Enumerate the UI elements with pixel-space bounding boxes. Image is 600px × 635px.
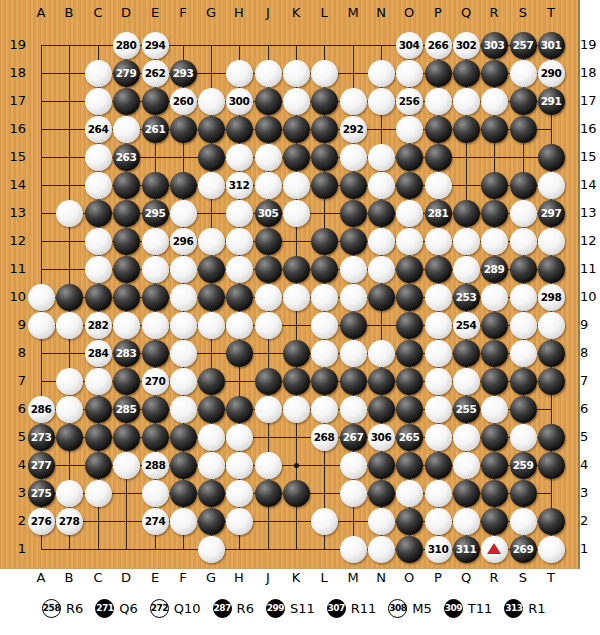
stone-K13[interactable]	[283, 200, 310, 227]
stone-O4[interactable]	[396, 452, 423, 479]
stone-Q16[interactable]	[453, 116, 480, 143]
stone-S2[interactable]	[510, 508, 537, 535]
stone-B2[interactable]: 278	[56, 508, 83, 535]
stone-T4[interactable]	[538, 452, 565, 479]
stone-H5[interactable]	[226, 424, 253, 451]
stone-H3[interactable]	[226, 480, 253, 507]
empty-point-A14[interactable]	[27, 171, 55, 199]
empty-point-K19[interactable]	[282, 31, 310, 59]
empty-point-F15[interactable]	[169, 143, 197, 171]
stone-O2[interactable]	[396, 508, 423, 535]
stone-D18[interactable]: 279	[113, 60, 140, 87]
stone-N8[interactable]	[368, 340, 395, 367]
stone-Q1[interactable]: 311	[453, 536, 480, 563]
stone-R5[interactable]	[481, 424, 508, 451]
stone-A6[interactable]: 286	[28, 396, 55, 423]
stone-C6[interactable]	[85, 396, 112, 423]
stone-J4[interactable]	[255, 452, 282, 479]
stone-P15[interactable]	[425, 144, 452, 171]
stone-T14[interactable]	[538, 172, 565, 199]
stone-L2[interactable]	[311, 508, 338, 535]
stone-A3[interactable]: 275	[28, 480, 55, 507]
stone-M3[interactable]	[340, 480, 367, 507]
stone-N12[interactable]	[368, 228, 395, 255]
stone-G12[interactable]	[198, 228, 225, 255]
empty-point-M2[interactable]	[339, 507, 367, 535]
stone-C3[interactable]	[85, 480, 112, 507]
stone-E9[interactable]	[142, 312, 169, 339]
stone-N17[interactable]	[368, 88, 395, 115]
stone-O19[interactable]: 304	[396, 32, 423, 59]
stone-S4[interactable]: 259	[510, 452, 537, 479]
stone-F10[interactable]	[170, 284, 197, 311]
stone-M10[interactable]	[340, 284, 367, 311]
stone-Q19[interactable]: 302	[453, 32, 480, 59]
stone-F3[interactable]	[170, 480, 197, 507]
stone-P1[interactable]: 310	[425, 536, 452, 563]
stone-D4[interactable]	[113, 452, 140, 479]
stone-N11[interactable]	[368, 256, 395, 283]
stone-O6[interactable]	[396, 396, 423, 423]
stone-T7[interactable]	[538, 368, 565, 395]
stone-N5[interactable]: 306	[368, 424, 395, 451]
stone-T2[interactable]	[538, 508, 565, 535]
empty-point-D1[interactable]	[112, 535, 140, 563]
stone-J14[interactable]	[255, 172, 282, 199]
stone-N7[interactable]	[368, 368, 395, 395]
stone-C4[interactable]	[85, 452, 112, 479]
empty-point-A18[interactable]	[27, 59, 55, 87]
stone-E8[interactable]	[142, 340, 169, 367]
stone-S18[interactable]	[510, 60, 537, 87]
empty-point-K2[interactable]	[282, 507, 310, 535]
stone-S1[interactable]: 269	[510, 536, 537, 563]
stone-B7[interactable]	[56, 368, 83, 395]
stone-C11[interactable]	[85, 256, 112, 283]
stone-O8[interactable]	[396, 340, 423, 367]
empty-point-A16[interactable]	[27, 115, 55, 143]
stone-K18[interactable]	[283, 60, 310, 87]
stone-J12[interactable]	[255, 228, 282, 255]
stone-M7[interactable]	[340, 368, 367, 395]
stone-T10[interactable]: 298	[538, 284, 565, 311]
stone-H2[interactable]	[226, 508, 253, 535]
stone-D15[interactable]: 263	[113, 144, 140, 171]
empty-point-K12[interactable]	[282, 227, 310, 255]
stone-O18[interactable]	[396, 60, 423, 87]
empty-point-T6[interactable]	[537, 395, 565, 423]
stone-M1[interactable]	[340, 536, 367, 563]
stone-M16[interactable]: 292	[340, 116, 367, 143]
stone-N10[interactable]	[368, 284, 395, 311]
stone-L10[interactable]	[311, 284, 338, 311]
stone-B10[interactable]	[56, 284, 83, 311]
empty-point-B8[interactable]	[55, 339, 83, 367]
empty-point-B15[interactable]	[55, 143, 83, 171]
empty-point-Q15[interactable]	[452, 143, 480, 171]
stone-J3[interactable]	[255, 480, 282, 507]
stone-K16[interactable]	[283, 116, 310, 143]
stone-L12[interactable]	[311, 228, 338, 255]
stone-O3[interactable]	[396, 480, 423, 507]
empty-point-A19[interactable]	[27, 31, 55, 59]
empty-point-M19[interactable]	[339, 31, 367, 59]
stone-A10[interactable]	[28, 284, 55, 311]
empty-point-B1[interactable]	[55, 535, 83, 563]
stone-S5[interactable]	[510, 424, 537, 451]
stone-D12[interactable]	[113, 228, 140, 255]
stone-G10[interactable]	[198, 284, 225, 311]
stone-P12[interactable]	[425, 228, 452, 255]
stone-G4[interactable]	[198, 452, 225, 479]
empty-point-L13[interactable]	[310, 199, 338, 227]
stone-J9[interactable]	[255, 312, 282, 339]
stone-N4[interactable]	[368, 452, 395, 479]
stone-L18[interactable]	[311, 60, 338, 87]
empty-point-B17[interactable]	[55, 87, 83, 115]
empty-point-G19[interactable]	[197, 31, 225, 59]
stone-P11[interactable]	[425, 256, 452, 283]
stone-E14[interactable]	[142, 172, 169, 199]
empty-point-J1[interactable]	[254, 535, 282, 563]
stone-S14[interactable]	[510, 172, 537, 199]
stone-R8[interactable]	[481, 340, 508, 367]
empty-point-K5[interactable]	[282, 423, 310, 451]
stone-C14[interactable]	[85, 172, 112, 199]
stone-S9[interactable]	[510, 312, 537, 339]
empty-point-B11[interactable]	[55, 255, 83, 283]
empty-point-B19[interactable]	[55, 31, 83, 59]
stone-D7[interactable]	[113, 368, 140, 395]
stone-K17[interactable]	[283, 88, 310, 115]
empty-point-L3[interactable]	[310, 479, 338, 507]
stone-N13[interactable]	[368, 200, 395, 227]
stone-N14[interactable]	[368, 172, 395, 199]
stone-C7[interactable]	[85, 368, 112, 395]
stone-B6[interactable]	[56, 396, 83, 423]
stone-K3[interactable]	[283, 480, 310, 507]
stone-G17[interactable]	[198, 88, 225, 115]
stone-R1[interactable]	[481, 536, 508, 563]
stone-E7[interactable]: 270	[142, 368, 169, 395]
stone-R3[interactable]	[481, 480, 508, 507]
stone-O17[interactable]: 256	[396, 88, 423, 115]
empty-point-L4[interactable]	[310, 451, 338, 479]
stone-G7[interactable]	[198, 368, 225, 395]
stone-J7[interactable]	[255, 368, 282, 395]
stone-B3[interactable]	[56, 480, 83, 507]
stone-M6[interactable]	[340, 396, 367, 423]
empty-point-B14[interactable]	[55, 171, 83, 199]
empty-point-K9[interactable]	[282, 311, 310, 339]
empty-point-K4[interactable]	[282, 451, 310, 479]
stone-E4[interactable]: 288	[142, 452, 169, 479]
stone-H13[interactable]	[226, 200, 253, 227]
stone-P7[interactable]	[425, 368, 452, 395]
stone-O9[interactable]	[396, 312, 423, 339]
empty-point-J8[interactable]	[254, 339, 282, 367]
stone-T8[interactable]	[538, 340, 565, 367]
stone-L14[interactable]	[311, 172, 338, 199]
stone-S19[interactable]: 257	[510, 32, 537, 59]
stone-J10[interactable]	[255, 284, 282, 311]
empty-point-D3[interactable]	[112, 479, 140, 507]
empty-point-Q14[interactable]	[452, 171, 480, 199]
empty-point-T3[interactable]	[537, 479, 565, 507]
stone-K8[interactable]	[283, 340, 310, 367]
empty-point-A11[interactable]	[27, 255, 55, 283]
stone-R17[interactable]	[481, 88, 508, 115]
stone-S8[interactable]	[510, 340, 537, 367]
stone-F4[interactable]	[170, 452, 197, 479]
empty-point-M18[interactable]	[339, 59, 367, 87]
stone-P17[interactable]	[425, 88, 452, 115]
stone-D19[interactable]: 280	[113, 32, 140, 59]
stone-T12[interactable]	[538, 228, 565, 255]
empty-point-C1[interactable]	[84, 535, 112, 563]
stone-L15[interactable]	[311, 144, 338, 171]
stone-H9[interactable]	[226, 312, 253, 339]
stone-P6[interactable]	[425, 396, 452, 423]
stone-P13[interactable]: 281	[425, 200, 452, 227]
stone-R16[interactable]	[481, 116, 508, 143]
stone-S10[interactable]	[510, 284, 537, 311]
stone-A4[interactable]: 277	[28, 452, 55, 479]
empty-point-L1[interactable]	[310, 535, 338, 563]
empty-point-B18[interactable]	[55, 59, 83, 87]
stone-P16[interactable]	[425, 116, 452, 143]
stone-M11[interactable]	[340, 256, 367, 283]
stone-S12[interactable]	[510, 228, 537, 255]
stone-F17[interactable]: 260	[170, 88, 197, 115]
empty-point-K1[interactable]	[282, 535, 310, 563]
stone-D9[interactable]	[113, 312, 140, 339]
stone-L16[interactable]	[311, 116, 338, 143]
stone-B5[interactable]	[56, 424, 83, 451]
empty-point-E15[interactable]	[141, 143, 169, 171]
stone-F9[interactable]	[170, 312, 197, 339]
stone-S3[interactable]	[510, 480, 537, 507]
stone-L6[interactable]	[311, 396, 338, 423]
stone-Q7[interactable]	[453, 368, 480, 395]
stone-G14[interactable]	[198, 172, 225, 199]
stone-D14[interactable]	[113, 172, 140, 199]
empty-point-A13[interactable]	[27, 199, 55, 227]
stone-P10[interactable]	[425, 284, 452, 311]
empty-point-T16[interactable]	[537, 115, 565, 143]
stone-O7[interactable]	[396, 368, 423, 395]
stone-E18[interactable]: 262	[142, 60, 169, 87]
stone-O13[interactable]	[396, 200, 423, 227]
stone-H15[interactable]	[226, 144, 253, 171]
stone-N6[interactable]	[368, 396, 395, 423]
empty-point-C2[interactable]	[84, 507, 112, 535]
empty-point-G18[interactable]	[197, 59, 225, 87]
stone-K14[interactable]	[283, 172, 310, 199]
stone-E12[interactable]	[142, 228, 169, 255]
stone-D11[interactable]	[113, 256, 140, 283]
stone-C12[interactable]	[85, 228, 112, 255]
stone-C10[interactable]	[85, 284, 112, 311]
stone-D17[interactable]	[113, 88, 140, 115]
stone-C18[interactable]	[85, 60, 112, 87]
stone-J6[interactable]	[255, 396, 282, 423]
empty-point-R15[interactable]	[480, 143, 508, 171]
stone-K7[interactable]	[283, 368, 310, 395]
stone-R9[interactable]	[481, 312, 508, 339]
stone-F16[interactable]	[170, 116, 197, 143]
stone-F11[interactable]	[170, 256, 197, 283]
empty-point-A1[interactable]	[27, 535, 55, 563]
empty-point-A15[interactable]	[27, 143, 55, 171]
stone-E11[interactable]	[142, 256, 169, 283]
stone-G6[interactable]	[198, 396, 225, 423]
empty-point-N19[interactable]	[367, 31, 395, 59]
empty-point-D2[interactable]	[112, 507, 140, 535]
empty-point-A8[interactable]	[27, 339, 55, 367]
empty-point-B16[interactable]	[55, 115, 83, 143]
stone-D5[interactable]	[113, 424, 140, 451]
stone-S6[interactable]	[510, 396, 537, 423]
stone-S16[interactable]	[510, 116, 537, 143]
stone-Q18[interactable]	[453, 60, 480, 87]
stone-R12[interactable]	[481, 228, 508, 255]
stone-R4[interactable]	[481, 452, 508, 479]
stone-O11[interactable]	[396, 256, 423, 283]
stone-L11[interactable]	[311, 256, 338, 283]
stone-O15[interactable]	[396, 144, 423, 171]
stone-N18[interactable]	[368, 60, 395, 87]
stone-M5[interactable]: 267	[340, 424, 367, 451]
stone-T19[interactable]: 301	[538, 32, 565, 59]
stone-H8[interactable]	[226, 340, 253, 367]
stone-R19[interactable]: 303	[481, 32, 508, 59]
stone-N15[interactable]	[368, 144, 395, 171]
stone-M8[interactable]	[340, 340, 367, 367]
stone-J11[interactable]	[255, 256, 282, 283]
stone-H4[interactable]	[226, 452, 253, 479]
stone-L8[interactable]	[311, 340, 338, 367]
stone-C5[interactable]	[85, 424, 112, 451]
empty-point-F19[interactable]	[169, 31, 197, 59]
stone-L9[interactable]	[311, 312, 338, 339]
stone-L5[interactable]: 268	[311, 424, 338, 451]
stone-E10[interactable]	[142, 284, 169, 311]
stone-K6[interactable]	[283, 396, 310, 423]
empty-point-J19[interactable]	[254, 31, 282, 59]
stone-O1[interactable]	[396, 536, 423, 563]
stone-T11[interactable]	[538, 256, 565, 283]
stone-S7[interactable]	[510, 368, 537, 395]
stone-J16[interactable]	[255, 116, 282, 143]
stone-Q12[interactable]	[453, 228, 480, 255]
stone-L7[interactable]	[311, 368, 338, 395]
stone-H14[interactable]: 312	[226, 172, 253, 199]
stone-R10[interactable]	[481, 284, 508, 311]
stone-M17[interactable]	[340, 88, 367, 115]
empty-point-A12[interactable]	[27, 227, 55, 255]
stone-T5[interactable]	[538, 424, 565, 451]
stone-O5[interactable]: 265	[396, 424, 423, 451]
stone-L17[interactable]	[311, 88, 338, 115]
stone-P5[interactable]	[425, 424, 452, 451]
stone-E3[interactable]	[142, 480, 169, 507]
stone-S17[interactable]	[510, 88, 537, 115]
stone-P9[interactable]	[425, 312, 452, 339]
stone-Q4[interactable]	[453, 452, 480, 479]
stone-K10[interactable]	[283, 284, 310, 311]
stone-P2[interactable]	[425, 508, 452, 535]
stone-Q6[interactable]: 255	[453, 396, 480, 423]
stone-E6[interactable]	[142, 396, 169, 423]
stone-N1[interactable]	[368, 536, 395, 563]
stone-F13[interactable]	[170, 200, 197, 227]
stone-K15[interactable]	[283, 144, 310, 171]
stone-G1[interactable]	[198, 536, 225, 563]
empty-point-J2[interactable]	[254, 507, 282, 535]
stone-A5[interactable]: 273	[28, 424, 55, 451]
stone-F2[interactable]	[170, 508, 197, 535]
stone-B9[interactable]	[56, 312, 83, 339]
stone-Q10[interactable]: 253	[453, 284, 480, 311]
stone-C15[interactable]	[85, 144, 112, 171]
stone-T18[interactable]: 290	[538, 60, 565, 87]
stone-E19[interactable]: 294	[142, 32, 169, 59]
stone-N2[interactable]	[368, 508, 395, 535]
stone-P8[interactable]	[425, 340, 452, 367]
stone-M14[interactable]	[340, 172, 367, 199]
stone-C9[interactable]: 282	[85, 312, 112, 339]
empty-point-G8[interactable]	[197, 339, 225, 367]
stone-O16[interactable]	[396, 116, 423, 143]
stone-C13[interactable]	[85, 200, 112, 227]
stone-H10[interactable]	[226, 284, 253, 311]
stone-H11[interactable]	[226, 256, 253, 283]
stone-P14[interactable]	[425, 172, 452, 199]
stone-O12[interactable]	[396, 228, 423, 255]
stone-H6[interactable]	[226, 396, 253, 423]
stone-F5[interactable]	[170, 424, 197, 451]
empty-point-N16[interactable]	[367, 115, 395, 143]
stone-Q8[interactable]	[453, 340, 480, 367]
stone-G11[interactable]	[198, 256, 225, 283]
stone-C16[interactable]: 264	[85, 116, 112, 143]
stone-D16[interactable]	[113, 116, 140, 143]
stone-F12[interactable]: 296	[170, 228, 197, 255]
stone-D13[interactable]	[113, 200, 140, 227]
stone-F8[interactable]	[170, 340, 197, 367]
stone-D8[interactable]: 283	[113, 340, 140, 367]
stone-Q2[interactable]	[453, 508, 480, 535]
stone-Q5[interactable]	[453, 424, 480, 451]
stone-F14[interactable]	[170, 172, 197, 199]
stone-Q11[interactable]	[453, 256, 480, 283]
stone-B13[interactable]	[56, 200, 83, 227]
stone-G2[interactable]	[198, 508, 225, 535]
stone-R18[interactable]	[481, 60, 508, 87]
stone-P3[interactable]	[425, 480, 452, 507]
empty-point-E1[interactable]	[141, 535, 169, 563]
stone-E2[interactable]: 274	[142, 508, 169, 535]
stone-E17[interactable]	[142, 88, 169, 115]
empty-point-H19[interactable]	[225, 31, 253, 59]
stone-G16[interactable]	[198, 116, 225, 143]
stone-E5[interactable]	[142, 424, 169, 451]
stone-H12[interactable]	[226, 228, 253, 255]
stone-G3[interactable]	[198, 480, 225, 507]
empty-point-B4[interactable]	[55, 451, 83, 479]
stone-J13[interactable]: 305	[255, 200, 282, 227]
